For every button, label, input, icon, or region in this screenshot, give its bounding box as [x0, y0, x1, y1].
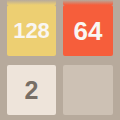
- tile-64: 64: [63, 5, 113, 56]
- partial-tile-above-right: [63, 0, 113, 5]
- partial-tile-above-left: [7, 0, 56, 5]
- empty-cell: [63, 65, 113, 115]
- tile-128: 128: [7, 5, 56, 56]
- tile-2: 2: [7, 65, 56, 115]
- board-2048[interactable]: 128 64 2: [0, 0, 120, 120]
